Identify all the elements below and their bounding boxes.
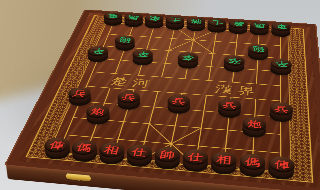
- piece-character: 兵: [223, 101, 237, 109]
- piece-character: 車: [107, 13, 120, 19]
- piece-character: 仕: [131, 147, 148, 157]
- piece-character: 馬: [254, 22, 265, 28]
- piece-character: 砲: [252, 46, 264, 53]
- photo-frame: 楚河漢界 車馬象士將士象馬車砲砲卒卒卒卒卒兵兵兵兵兵炮炮俥傌相仕帥仕相傌俥: [0, 0, 320, 190]
- piece-character: 兵: [275, 105, 289, 114]
- piece-character: 卒: [91, 48, 105, 55]
- piece-character: 象: [232, 21, 244, 27]
- piece-character: 傌: [75, 142, 92, 152]
- piece-character: 相: [216, 154, 232, 164]
- piece-character: 兵: [171, 97, 186, 105]
- piece-character: 兵: [72, 89, 88, 97]
- board-surface: 楚河漢界 車馬象士將士象馬車砲砲卒卒卒卒卒兵兵兵兵兵炮炮俥傌相仕帥仕相傌俥: [16, 13, 320, 188]
- piece-character: 炮: [90, 107, 106, 116]
- piece-character: 卒: [136, 51, 150, 58]
- brass-latch[interactable]: [65, 173, 91, 181]
- piece-character: 俥: [274, 159, 289, 170]
- piece-character: 炮: [247, 119, 261, 128]
- piece-character: 將: [190, 18, 202, 24]
- latch-pin-icon: [77, 180, 81, 186]
- piece-character: 砲: [118, 37, 131, 43]
- piece-character: 卒: [275, 60, 287, 67]
- xiangqi-board: 楚河漢界 車馬象士將士象馬車砲砲卒卒卒卒卒兵兵兵兵兵炮炮俥傌相仕帥仕相傌俥: [6, 10, 320, 190]
- piece-character: 兵: [121, 93, 136, 101]
- piece-character: 卒: [182, 54, 195, 61]
- piece-character: 馬: [127, 14, 140, 20]
- piece-character: 俥: [48, 140, 66, 150]
- piece-character: 傌: [245, 157, 260, 167]
- piece-character: 卒: [228, 57, 241, 64]
- piece-character: 車: [276, 24, 287, 30]
- piece-character: 仕: [187, 152, 203, 162]
- piece-character: 帥: [159, 149, 175, 159]
- scene: 楚河漢界 車馬象士將士象馬車砲砲卒卒卒卒卒兵兵兵兵兵炮炮俥傌相仕帥仕相傌俥: [0, 0, 320, 190]
- piece-character: 士: [169, 17, 181, 23]
- piece-character: 相: [103, 145, 120, 155]
- piece-character: 象: [148, 16, 160, 22]
- pieces-layer: 車馬象士將士象馬車砲砲卒卒卒卒卒兵兵兵兵兵炮炮俥傌相仕帥仕相傌俥: [16, 13, 320, 188]
- piece-character: 士: [211, 20, 223, 26]
